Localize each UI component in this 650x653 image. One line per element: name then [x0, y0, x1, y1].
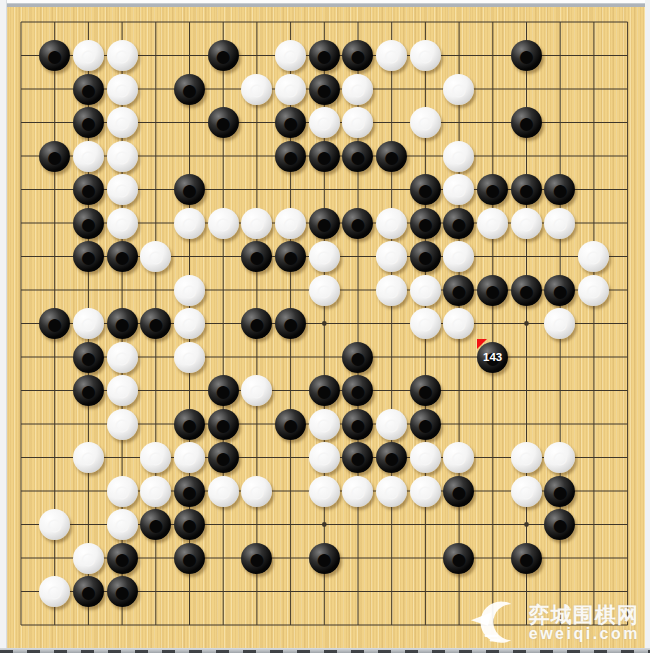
intersection[interactable] — [509, 407, 543, 441]
intersection[interactable] — [577, 474, 611, 508]
intersection[interactable]: ● — [173, 72, 207, 106]
intersection[interactable]: ● — [72, 106, 106, 140]
intersection[interactable]: ● — [442, 474, 476, 508]
intersection[interactable]: ○ — [274, 72, 308, 106]
intersection[interactable]: ○ — [274, 206, 308, 240]
intersection[interactable] — [577, 5, 611, 39]
intersection[interactable] — [173, 5, 207, 39]
intersection[interactable] — [509, 374, 543, 408]
intersection[interactable]: ○ — [105, 72, 139, 106]
intersection[interactable] — [375, 575, 409, 609]
intersection[interactable] — [139, 575, 173, 609]
intersection[interactable] — [375, 608, 409, 642]
intersection[interactable] — [509, 340, 543, 374]
intersection[interactable] — [4, 307, 38, 341]
intersection[interactable]: ○ — [408, 39, 442, 73]
intersection[interactable]: ○ — [105, 139, 139, 173]
intersection[interactable] — [274, 374, 308, 408]
intersection[interactable] — [307, 173, 341, 207]
intersection[interactable] — [611, 474, 645, 508]
intersection[interactable] — [611, 206, 645, 240]
intersection[interactable] — [543, 608, 577, 642]
intersection[interactable] — [611, 575, 645, 609]
intersection[interactable] — [476, 39, 510, 73]
intersection[interactable]: ● — [173, 173, 207, 207]
intersection[interactable] — [274, 340, 308, 374]
intersection[interactable]: ○ — [408, 441, 442, 475]
intersection[interactable] — [577, 173, 611, 207]
intersection[interactable] — [509, 240, 543, 274]
intersection[interactable] — [173, 575, 207, 609]
intersection[interactable] — [38, 106, 72, 140]
intersection[interactable] — [442, 407, 476, 441]
intersection[interactable] — [38, 173, 72, 207]
intersection[interactable] — [206, 5, 240, 39]
intersection[interactable]: ● — [105, 307, 139, 341]
intersection[interactable] — [611, 307, 645, 341]
intersection[interactable]: ● — [173, 508, 207, 542]
intersection[interactable]: ○ — [173, 307, 207, 341]
intersection[interactable]: ● — [509, 106, 543, 140]
intersection[interactable] — [206, 608, 240, 642]
intersection[interactable]: ● — [307, 39, 341, 73]
intersection[interactable] — [543, 340, 577, 374]
intersection[interactable] — [139, 374, 173, 408]
intersection[interactable] — [274, 608, 308, 642]
intersection[interactable] — [105, 608, 139, 642]
intersection[interactable] — [307, 340, 341, 374]
intersection[interactable] — [442, 608, 476, 642]
intersection[interactable]: ○ — [307, 441, 341, 475]
intersection[interactable]: ● — [105, 541, 139, 575]
intersection[interactable] — [38, 474, 72, 508]
intersection[interactable]: ● — [442, 273, 476, 307]
intersection[interactable] — [611, 240, 645, 274]
intersection[interactable] — [206, 307, 240, 341]
intersection[interactable] — [408, 608, 442, 642]
intersection[interactable]: ○ — [139, 240, 173, 274]
intersection[interactable]: ○ — [72, 441, 106, 475]
intersection[interactable] — [240, 273, 274, 307]
intersection[interactable]: ○ — [307, 273, 341, 307]
intersection[interactable] — [442, 5, 476, 39]
intersection[interactable]: ● — [408, 407, 442, 441]
intersection[interactable] — [375, 340, 409, 374]
intersection[interactable] — [240, 575, 274, 609]
intersection[interactable]: ○ — [105, 474, 139, 508]
intersection[interactable]: ● — [341, 374, 375, 408]
intersection[interactable] — [375, 508, 409, 542]
intersection[interactable] — [38, 441, 72, 475]
intersection[interactable]: ● — [543, 173, 577, 207]
intersection[interactable]: ● — [206, 374, 240, 408]
intersection[interactable]: ●143 — [476, 340, 510, 374]
intersection[interactable] — [139, 407, 173, 441]
intersection[interactable] — [408, 340, 442, 374]
intersection[interactable] — [240, 441, 274, 475]
intersection[interactable] — [577, 340, 611, 374]
intersection[interactable] — [139, 72, 173, 106]
intersection[interactable] — [38, 340, 72, 374]
intersection[interactable]: ○ — [408, 474, 442, 508]
intersection[interactable] — [4, 340, 38, 374]
intersection[interactable]: ○ — [543, 206, 577, 240]
intersection[interactable]: ● — [105, 240, 139, 274]
intersection[interactable] — [240, 173, 274, 207]
intersection[interactable]: ○ — [105, 39, 139, 73]
intersection[interactable] — [240, 5, 274, 39]
intersection[interactable]: ● — [543, 508, 577, 542]
intersection[interactable] — [543, 541, 577, 575]
intersection[interactable] — [476, 374, 510, 408]
intersection[interactable]: ● — [72, 206, 106, 240]
intersection[interactable] — [408, 5, 442, 39]
intersection[interactable]: ○ — [105, 374, 139, 408]
intersection[interactable]: ○ — [240, 206, 274, 240]
intersection[interactable] — [476, 106, 510, 140]
intersection[interactable] — [442, 508, 476, 542]
intersection[interactable] — [476, 575, 510, 609]
intersection[interactable] — [307, 508, 341, 542]
intersection[interactable]: ● — [139, 307, 173, 341]
intersection[interactable] — [341, 575, 375, 609]
intersection[interactable]: ○ — [105, 508, 139, 542]
intersection[interactable]: ○ — [442, 240, 476, 274]
intersection[interactable] — [611, 173, 645, 207]
intersection[interactable] — [105, 273, 139, 307]
intersection[interactable]: ○ — [139, 474, 173, 508]
intersection[interactable]: ○ — [139, 441, 173, 475]
intersection[interactable] — [476, 541, 510, 575]
intersection[interactable] — [173, 106, 207, 140]
intersection[interactable]: ○ — [442, 307, 476, 341]
intersection[interactable]: ● — [139, 508, 173, 542]
intersection[interactable] — [476, 441, 510, 475]
intersection[interactable] — [38, 608, 72, 642]
intersection[interactable] — [577, 541, 611, 575]
intersection[interactable]: ● — [240, 541, 274, 575]
intersection[interactable] — [240, 508, 274, 542]
intersection[interactable] — [611, 273, 645, 307]
intersection[interactable]: ○ — [543, 307, 577, 341]
intersection[interactable] — [206, 273, 240, 307]
intersection[interactable] — [577, 139, 611, 173]
intersection[interactable]: ○ — [173, 273, 207, 307]
intersection[interactable] — [206, 575, 240, 609]
intersection[interactable] — [274, 173, 308, 207]
intersection[interactable] — [509, 575, 543, 609]
intersection[interactable] — [4, 106, 38, 140]
intersection[interactable] — [442, 575, 476, 609]
intersection[interactable] — [72, 5, 106, 39]
intersection[interactable] — [4, 139, 38, 173]
intersection[interactable] — [72, 474, 106, 508]
intersection[interactable]: ○ — [509, 206, 543, 240]
intersection[interactable] — [577, 575, 611, 609]
intersection[interactable]: ○ — [105, 173, 139, 207]
intersection[interactable]: ○ — [206, 206, 240, 240]
intersection[interactable] — [38, 407, 72, 441]
intersection[interactable] — [307, 5, 341, 39]
intersection[interactable]: ● — [408, 240, 442, 274]
intersection[interactable]: ● — [476, 273, 510, 307]
intersection[interactable] — [72, 407, 106, 441]
intersection[interactable] — [577, 106, 611, 140]
intersection[interactable]: ○ — [442, 173, 476, 207]
intersection[interactable]: ○ — [375, 407, 409, 441]
intersection[interactable]: ○ — [173, 441, 207, 475]
intersection[interactable]: ● — [206, 39, 240, 73]
intersection[interactable] — [611, 608, 645, 642]
intersection[interactable]: ○ — [375, 273, 409, 307]
intersection[interactable] — [543, 240, 577, 274]
intersection[interactable]: ○ — [173, 340, 207, 374]
intersection[interactable]: ● — [341, 206, 375, 240]
intersection[interactable] — [4, 374, 38, 408]
intersection[interactable] — [4, 407, 38, 441]
intersection[interactable]: ● — [341, 407, 375, 441]
intersection[interactable] — [72, 273, 106, 307]
intersection[interactable]: ● — [307, 541, 341, 575]
intersection[interactable]: ○ — [105, 340, 139, 374]
intersection[interactable] — [139, 608, 173, 642]
intersection[interactable]: ● — [307, 72, 341, 106]
intersection[interactable] — [476, 407, 510, 441]
intersection[interactable] — [375, 5, 409, 39]
intersection[interactable] — [476, 5, 510, 39]
intersection[interactable] — [375, 307, 409, 341]
intersection[interactable] — [274, 474, 308, 508]
intersection[interactable] — [274, 508, 308, 542]
intersection[interactable] — [307, 608, 341, 642]
intersection[interactable] — [139, 39, 173, 73]
intersection[interactable]: ● — [38, 139, 72, 173]
intersection[interactable] — [139, 541, 173, 575]
intersection[interactable]: ● — [206, 441, 240, 475]
intersection[interactable] — [543, 72, 577, 106]
intersection[interactable] — [274, 541, 308, 575]
intersection[interactable] — [173, 608, 207, 642]
intersection[interactable] — [274, 5, 308, 39]
intersection[interactable] — [139, 340, 173, 374]
intersection[interactable] — [173, 39, 207, 73]
intersection[interactable] — [509, 307, 543, 341]
intersection[interactable] — [611, 106, 645, 140]
intersection[interactable] — [408, 508, 442, 542]
intersection[interactable]: ○ — [240, 72, 274, 106]
intersection[interactable] — [375, 72, 409, 106]
intersection[interactable] — [38, 374, 72, 408]
intersection[interactable] — [341, 240, 375, 274]
intersection[interactable]: ● — [543, 273, 577, 307]
intersection[interactable] — [139, 273, 173, 307]
intersection[interactable] — [38, 240, 72, 274]
intersection[interactable] — [139, 139, 173, 173]
intersection[interactable] — [375, 173, 409, 207]
intersection[interactable] — [341, 5, 375, 39]
intersection[interactable]: ● — [408, 173, 442, 207]
intersection[interactable]: ● — [274, 307, 308, 341]
intersection[interactable] — [4, 575, 38, 609]
intersection[interactable]: ○ — [105, 407, 139, 441]
intersection[interactable]: ○ — [307, 407, 341, 441]
intersection[interactable] — [206, 508, 240, 542]
intersection[interactable]: ○ — [274, 39, 308, 73]
intersection[interactable] — [509, 139, 543, 173]
intersection[interactable]: ● — [38, 39, 72, 73]
intersection[interactable] — [611, 139, 645, 173]
intersection[interactable]: ● — [408, 374, 442, 408]
intersection[interactable]: ○ — [375, 39, 409, 73]
intersection[interactable] — [4, 273, 38, 307]
intersection[interactable] — [442, 374, 476, 408]
intersection[interactable] — [375, 374, 409, 408]
intersection[interactable] — [543, 139, 577, 173]
intersection[interactable]: ○ — [105, 206, 139, 240]
intersection[interactable] — [577, 374, 611, 408]
intersection[interactable]: ● — [375, 139, 409, 173]
intersection[interactable]: ● — [442, 541, 476, 575]
intersection[interactable] — [307, 307, 341, 341]
intersection[interactable]: ● — [509, 273, 543, 307]
intersection[interactable] — [240, 139, 274, 173]
intersection[interactable] — [105, 5, 139, 39]
intersection[interactable] — [577, 72, 611, 106]
intersection[interactable] — [72, 608, 106, 642]
intersection[interactable] — [543, 5, 577, 39]
intersection[interactable] — [4, 508, 38, 542]
intersection[interactable]: ○ — [442, 441, 476, 475]
intersection[interactable]: ○ — [408, 106, 442, 140]
intersection[interactable]: ○ — [38, 575, 72, 609]
intersection[interactable] — [240, 39, 274, 73]
intersection[interactable]: ● — [442, 206, 476, 240]
intersection[interactable] — [206, 173, 240, 207]
intersection[interactable] — [274, 575, 308, 609]
intersection[interactable] — [611, 374, 645, 408]
intersection[interactable] — [442, 340, 476, 374]
intersection[interactable] — [139, 5, 173, 39]
intersection[interactable]: ○ — [307, 106, 341, 140]
intersection[interactable]: ● — [307, 374, 341, 408]
intersection[interactable]: ○ — [307, 474, 341, 508]
intersection[interactable] — [38, 273, 72, 307]
intersection[interactable] — [476, 474, 510, 508]
intersection[interactable] — [4, 39, 38, 73]
intersection[interactable]: ● — [72, 340, 106, 374]
intersection[interactable]: ○ — [543, 441, 577, 475]
intersection[interactable]: ● — [476, 173, 510, 207]
intersection[interactable] — [240, 106, 274, 140]
intersection[interactable]: ● — [173, 474, 207, 508]
intersection[interactable] — [375, 106, 409, 140]
intersection[interactable] — [4, 441, 38, 475]
intersection[interactable] — [408, 575, 442, 609]
intersection[interactable] — [577, 407, 611, 441]
intersection[interactable]: ○ — [341, 474, 375, 508]
intersection[interactable] — [577, 307, 611, 341]
intersection[interactable] — [38, 5, 72, 39]
intersection[interactable]: ● — [105, 575, 139, 609]
intersection[interactable]: ● — [173, 541, 207, 575]
intersection[interactable] — [206, 541, 240, 575]
intersection[interactable]: ● — [274, 407, 308, 441]
intersection[interactable]: ○ — [577, 273, 611, 307]
intersection[interactable] — [240, 407, 274, 441]
intersection[interactable] — [240, 340, 274, 374]
intersection[interactable]: ○ — [375, 474, 409, 508]
intersection[interactable]: ○ — [375, 206, 409, 240]
intersection[interactable]: ○ — [408, 273, 442, 307]
intersection[interactable]: ● — [375, 441, 409, 475]
intersection[interactable]: ○ — [375, 240, 409, 274]
intersection[interactable] — [341, 173, 375, 207]
intersection[interactable] — [4, 541, 38, 575]
intersection[interactable]: ● — [408, 206, 442, 240]
intersection[interactable]: ○ — [173, 206, 207, 240]
intersection[interactable] — [72, 508, 106, 542]
intersection[interactable]: ○ — [72, 307, 106, 341]
intersection[interactable] — [543, 407, 577, 441]
intersection[interactable]: ○ — [307, 240, 341, 274]
intersection[interactable] — [139, 206, 173, 240]
intersection[interactable] — [173, 240, 207, 274]
intersection[interactable] — [4, 72, 38, 106]
intersection[interactable] — [341, 541, 375, 575]
intersection[interactable]: ● — [307, 206, 341, 240]
intersection[interactable] — [611, 340, 645, 374]
intersection[interactable]: ● — [307, 139, 341, 173]
intersection[interactable]: ○ — [509, 474, 543, 508]
intersection[interactable] — [307, 575, 341, 609]
intersection[interactable] — [509, 72, 543, 106]
intersection[interactable]: ○ — [577, 240, 611, 274]
intersection[interactable]: ○ — [476, 206, 510, 240]
intersection[interactable]: ● — [72, 575, 106, 609]
intersection[interactable] — [543, 106, 577, 140]
intersection[interactable] — [476, 508, 510, 542]
intersection[interactable]: ● — [206, 407, 240, 441]
intersection[interactable] — [611, 39, 645, 73]
intersection[interactable] — [442, 39, 476, 73]
intersection[interactable] — [408, 139, 442, 173]
intersection[interactable]: ● — [509, 39, 543, 73]
intersection[interactable] — [509, 5, 543, 39]
intersection[interactable] — [139, 106, 173, 140]
intersection[interactable] — [577, 608, 611, 642]
intersection[interactable]: ● — [274, 139, 308, 173]
intersection[interactable] — [105, 441, 139, 475]
intersection[interactable]: ● — [274, 240, 308, 274]
intersection[interactable]: ○ — [72, 39, 106, 73]
intersection[interactable]: ● — [240, 240, 274, 274]
intersection[interactable]: ● — [341, 139, 375, 173]
intersection[interactable] — [38, 72, 72, 106]
intersection[interactable]: ○ — [206, 474, 240, 508]
intersection[interactable] — [4, 474, 38, 508]
intersection[interactable]: ○ — [442, 72, 476, 106]
intersection[interactable]: ○ — [240, 374, 274, 408]
intersection[interactable] — [509, 608, 543, 642]
intersection[interactable]: ● — [341, 441, 375, 475]
intersection[interactable] — [139, 173, 173, 207]
intersection[interactable] — [206, 72, 240, 106]
intersection[interactable] — [274, 441, 308, 475]
intersection[interactable] — [408, 72, 442, 106]
intersection[interactable] — [476, 608, 510, 642]
intersection[interactable]: ● — [509, 173, 543, 207]
intersection[interactable] — [476, 72, 510, 106]
